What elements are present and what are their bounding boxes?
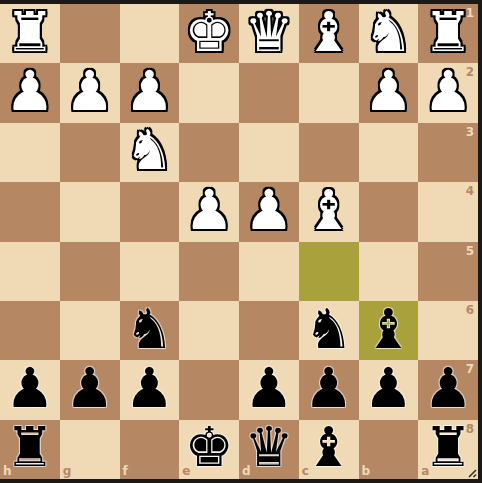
rank-label-2: 2 xyxy=(466,66,474,78)
black-pawn-piece[interactable]: ♟ xyxy=(304,361,353,416)
white-pawn-piece[interactable]: ♟ xyxy=(364,64,413,119)
square-g8[interactable]: g xyxy=(60,420,120,479)
square-a3[interactable]: 3 xyxy=(418,123,478,182)
square-e3[interactable] xyxy=(179,123,239,182)
white-rook-piece[interactable]: ♜ xyxy=(5,5,54,60)
square-c1[interactable]: ♝ xyxy=(299,4,359,63)
file-label-a: a xyxy=(421,465,429,477)
square-a6[interactable]: 6 xyxy=(418,301,478,360)
square-a4[interactable]: 4 xyxy=(418,182,478,241)
square-d3[interactable] xyxy=(239,123,299,182)
square-d8[interactable]: ♛d xyxy=(239,420,299,479)
white-pawn-piece[interactable]: ♟ xyxy=(244,183,293,238)
black-queen-piece[interactable]: ♛ xyxy=(244,420,293,475)
square-c6[interactable]: ♞ xyxy=(299,301,359,360)
square-d1[interactable]: ♛ xyxy=(239,4,299,63)
square-b6[interactable]: ♝ xyxy=(359,301,419,360)
square-b4[interactable] xyxy=(359,182,419,241)
rank-label-5: 5 xyxy=(466,245,474,257)
square-h1[interactable]: ♜ xyxy=(0,4,60,63)
square-h7[interactable]: ♟ xyxy=(0,360,60,419)
square-g6[interactable] xyxy=(60,301,120,360)
white-pawn-piece[interactable]: ♟ xyxy=(5,64,54,119)
square-d4[interactable]: ♟ xyxy=(239,182,299,241)
white-pawn-piece[interactable]: ♟ xyxy=(65,64,114,119)
square-f5[interactable] xyxy=(120,242,180,301)
square-d7[interactable]: ♟ xyxy=(239,360,299,419)
white-queen-piece[interactable]: ♛ xyxy=(244,5,293,60)
square-h2[interactable]: ♟ xyxy=(0,63,60,122)
square-g1[interactable] xyxy=(60,4,120,63)
square-c3[interactable] xyxy=(299,123,359,182)
white-bishop-piece[interactable]: ♝ xyxy=(304,5,353,60)
square-e7[interactable] xyxy=(179,360,239,419)
square-e6[interactable] xyxy=(179,301,239,360)
square-f1[interactable] xyxy=(120,4,180,63)
rank-label-7: 7 xyxy=(466,363,474,375)
white-knight-piece[interactable]: ♞ xyxy=(364,5,413,60)
square-b8[interactable]: b xyxy=(359,420,419,479)
black-pawn-piece[interactable]: ♟ xyxy=(5,361,54,416)
square-e5[interactable] xyxy=(179,242,239,301)
file-label-d: d xyxy=(242,465,251,477)
square-b7[interactable]: ♟ xyxy=(359,360,419,419)
square-g5[interactable] xyxy=(60,242,120,301)
white-king-piece[interactable]: ♚ xyxy=(184,5,233,60)
square-c4[interactable]: ♝ xyxy=(299,182,359,241)
black-bishop-piece[interactable]: ♝ xyxy=(304,420,353,475)
square-g2[interactable]: ♟ xyxy=(60,63,120,122)
black-bishop-piece[interactable]: ♝ xyxy=(364,302,413,357)
black-rook-piece[interactable]: ♜ xyxy=(5,420,54,475)
board-resize-handle-icon[interactable] xyxy=(466,467,477,478)
black-pawn-piece[interactable]: ♟ xyxy=(65,361,114,416)
square-f3[interactable]: ♞ xyxy=(120,123,180,182)
square-e2[interactable] xyxy=(179,63,239,122)
chess-board: ♜♚♛♝♞♜1♟♟♟♟♟2♞3♟♟♝45♞♞♝6♟♟♟♟♟♟♟7♜hgf♚e♛d… xyxy=(0,4,478,479)
black-knight-piece[interactable]: ♞ xyxy=(125,302,174,357)
square-a2[interactable]: ♟2 xyxy=(418,63,478,122)
square-a1[interactable]: ♜1 xyxy=(418,4,478,63)
square-h3[interactable] xyxy=(0,123,60,182)
file-label-e: e xyxy=(182,465,190,477)
square-f6[interactable]: ♞ xyxy=(120,301,180,360)
white-pawn-piece[interactable]: ♟ xyxy=(125,64,174,119)
square-h8[interactable]: ♜h xyxy=(0,420,60,479)
square-d5[interactable] xyxy=(239,242,299,301)
square-d6[interactable] xyxy=(239,301,299,360)
square-e1[interactable]: ♚ xyxy=(179,4,239,63)
square-f7[interactable]: ♟ xyxy=(120,360,180,419)
rank-label-8: 8 xyxy=(466,423,474,435)
black-pawn-piece[interactable]: ♟ xyxy=(364,361,413,416)
square-g3[interactable] xyxy=(60,123,120,182)
square-b5[interactable] xyxy=(359,242,419,301)
file-label-c: c xyxy=(302,465,309,477)
square-g4[interactable] xyxy=(60,182,120,241)
file-label-g: g xyxy=(63,465,72,477)
black-knight-piece[interactable]: ♞ xyxy=(304,302,353,357)
square-b1[interactable]: ♞ xyxy=(359,4,419,63)
square-h5[interactable] xyxy=(0,242,60,301)
white-pawn-piece[interactable]: ♟ xyxy=(184,183,233,238)
rank-label-4: 4 xyxy=(466,185,474,197)
square-c7[interactable]: ♟ xyxy=(299,360,359,419)
file-label-h: h xyxy=(3,465,12,477)
rank-label-3: 3 xyxy=(466,126,474,138)
square-c5[interactable] xyxy=(299,242,359,301)
file-label-b: b xyxy=(362,465,371,477)
black-pawn-piece[interactable]: ♟ xyxy=(244,361,293,416)
rank-label-6: 6 xyxy=(466,304,474,316)
board-frame: ♜♚♛♝♞♜1♟♟♟♟♟2♞3♟♟♝45♞♞♝6♟♟♟♟♟♟♟7♜hgf♚e♛d… xyxy=(0,0,482,483)
square-h4[interactable] xyxy=(0,182,60,241)
square-f2[interactable]: ♟ xyxy=(120,63,180,122)
square-f8[interactable]: f xyxy=(120,420,180,479)
white-knight-piece[interactable]: ♞ xyxy=(125,123,174,178)
file-label-f: f xyxy=(123,465,128,477)
white-bishop-piece[interactable]: ♝ xyxy=(304,183,353,238)
square-g7[interactable]: ♟ xyxy=(60,360,120,419)
square-c8[interactable]: ♝c xyxy=(299,420,359,479)
square-e8[interactable]: ♚e xyxy=(179,420,239,479)
square-d2[interactable] xyxy=(239,63,299,122)
square-a5[interactable]: 5 xyxy=(418,242,478,301)
rank-label-1: 1 xyxy=(466,7,474,19)
square-a8[interactable]: ♜8a xyxy=(418,420,478,479)
square-c2[interactable] xyxy=(299,63,359,122)
square-h6[interactable] xyxy=(0,301,60,360)
square-b2[interactable]: ♟ xyxy=(359,63,419,122)
square-b3[interactable] xyxy=(359,123,419,182)
square-e4[interactable]: ♟ xyxy=(179,182,239,241)
square-f4[interactable] xyxy=(120,182,180,241)
black-king-piece[interactable]: ♚ xyxy=(184,420,233,475)
square-a7[interactable]: ♟7 xyxy=(418,360,478,419)
black-pawn-piece[interactable]: ♟ xyxy=(125,361,174,416)
